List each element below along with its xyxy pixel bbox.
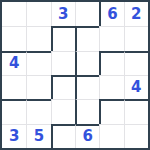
cell-r3c2[interactable]	[26, 51, 50, 75]
cell-r5c2[interactable]	[26, 99, 50, 123]
cell-r2c2[interactable]	[26, 26, 50, 50]
cell-r2c4[interactable]	[75, 26, 99, 50]
given-digit-r6c2[interactable]: 5	[26, 124, 50, 148]
cell-r6c3[interactable]	[51, 124, 75, 148]
cell-r5c3[interactable]	[51, 99, 75, 123]
cell-r2c3[interactable]	[51, 26, 75, 50]
cell-r5c4[interactable]	[75, 99, 99, 123]
given-digit-r4c6[interactable]: 4	[124, 75, 148, 99]
cell-r2c1[interactable]	[2, 26, 26, 50]
cell-r5c1[interactable]	[2, 99, 26, 123]
cell-r4c1[interactable]	[2, 75, 26, 99]
cell-r3c6[interactable]	[124, 51, 148, 75]
cell-r1c2[interactable]	[26, 2, 50, 26]
cell-r2c6[interactable]	[124, 26, 148, 50]
given-digit-r3c1[interactable]: 4	[2, 51, 26, 75]
cell-r4c4[interactable]	[75, 75, 99, 99]
cell-r3c4[interactable]	[75, 51, 99, 75]
given-digit-r1c5[interactable]: 6	[99, 2, 123, 26]
cell-r6c5[interactable]	[99, 124, 123, 148]
cell-r1c4[interactable]	[75, 2, 99, 26]
cell-r6c6[interactable]	[124, 124, 148, 148]
given-digit-r6c4[interactable]: 6	[75, 124, 99, 148]
cell-r2c5[interactable]	[99, 26, 123, 50]
given-digit-r1c3[interactable]: 3	[51, 2, 75, 26]
cell-r4c2[interactable]	[26, 75, 50, 99]
cell-r1c1[interactable]	[2, 2, 26, 26]
cell-r4c3[interactable]	[51, 75, 75, 99]
given-digit-r1c6[interactable]: 2	[124, 2, 148, 26]
puzzle-board: 36244356	[0, 0, 150, 150]
cell-r5c6[interactable]	[124, 99, 148, 123]
cell-r3c3[interactable]	[51, 51, 75, 75]
cell-r4c5[interactable]	[99, 75, 123, 99]
given-digit-r6c1[interactable]: 3	[2, 124, 26, 148]
cell-r5c5[interactable]	[99, 99, 123, 123]
cell-r3c5[interactable]	[99, 51, 123, 75]
